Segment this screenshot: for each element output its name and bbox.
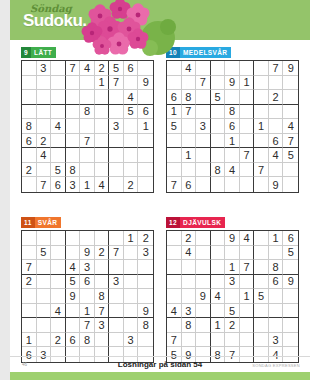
given-cell: 7 <box>80 318 95 333</box>
given-cell: 2 <box>22 275 37 290</box>
empty-cell[interactable] <box>66 231 81 246</box>
empty-cell[interactable] <box>196 61 211 76</box>
empty-cell[interactable] <box>109 318 124 333</box>
given-cell: 4 <box>269 148 284 163</box>
given-cell: 7 <box>66 61 81 76</box>
empty-cell[interactable] <box>124 76 139 91</box>
empty-cell[interactable] <box>167 163 182 178</box>
publication-credit: SÖNDAG EXPRESSEN <box>252 363 300 368</box>
empty-cell[interactable] <box>37 76 52 91</box>
difficulty-label: MEDELSVÅR <box>180 47 231 58</box>
empty-cell[interactable] <box>283 289 298 304</box>
empty-cell[interactable] <box>80 119 95 134</box>
empty-cell[interactable] <box>37 163 52 178</box>
empty-cell[interactable] <box>124 246 139 261</box>
puzzle-number: 11 <box>21 217 35 228</box>
given-cell: 2 <box>51 333 66 348</box>
empty-cell[interactable] <box>167 318 182 333</box>
empty-cell[interactable] <box>182 275 197 290</box>
empty-cell[interactable] <box>95 90 110 105</box>
given-cell: 8 <box>95 289 110 304</box>
given-cell: 1 <box>225 260 240 275</box>
empty-cell[interactable] <box>22 76 37 91</box>
empty-cell[interactable] <box>80 289 95 304</box>
given-cell: 1 <box>240 289 255 304</box>
given-cell: 3 <box>109 119 124 134</box>
given-cell: 4 <box>182 246 197 261</box>
bottom-green-bar <box>10 372 310 380</box>
empty-cell[interactable] <box>138 333 153 348</box>
empty-cell[interactable] <box>283 318 298 333</box>
empty-cell[interactable] <box>283 76 298 91</box>
given-cell: 9 <box>225 76 240 91</box>
empty-cell[interactable] <box>80 90 95 105</box>
empty-cell[interactable] <box>211 76 226 91</box>
empty-cell[interactable] <box>37 105 52 120</box>
given-cell: 5 <box>225 304 240 319</box>
empty-cell[interactable] <box>182 163 197 178</box>
empty-cell[interactable] <box>240 177 255 192</box>
empty-cell[interactable] <box>225 90 240 105</box>
empty-cell[interactable] <box>225 61 240 76</box>
empty-cell[interactable] <box>37 318 52 333</box>
empty-cell[interactable] <box>109 177 124 192</box>
empty-cell[interactable] <box>95 163 110 178</box>
empty-cell[interactable] <box>283 90 298 105</box>
empty-cell[interactable] <box>37 119 52 134</box>
empty-cell[interactable] <box>124 148 139 163</box>
given-cell: 4 <box>66 260 81 275</box>
given-cell: 1 <box>124 231 139 246</box>
empty-cell[interactable] <box>138 134 153 149</box>
given-cell: 1 <box>80 304 95 319</box>
puzzle-11-svar: 11 SVÅR 125927374325639841797381268363 <box>21 211 154 363</box>
empty-cell[interactable] <box>283 333 298 348</box>
logo-main-text: Sudoku. <box>23 13 87 28</box>
empty-cell[interactable] <box>22 304 37 319</box>
empty-cell[interactable] <box>254 304 269 319</box>
empty-cell[interactable] <box>269 119 284 134</box>
empty-cell[interactable] <box>240 318 255 333</box>
puzzle-number: 12 <box>166 217 180 228</box>
empty-cell[interactable] <box>51 76 66 91</box>
given-cell: 4 <box>211 289 226 304</box>
given-cell: 7 <box>109 76 124 91</box>
given-cell: 1 <box>182 148 197 163</box>
given-cell: 6 <box>182 177 197 192</box>
empty-cell[interactable] <box>109 105 124 120</box>
empty-cell[interactable] <box>66 76 81 91</box>
empty-cell[interactable] <box>138 148 153 163</box>
empty-cell[interactable] <box>196 148 211 163</box>
sudoku-board-10: 4797916852178536141671745847769 <box>166 60 299 193</box>
empty-cell[interactable] <box>66 148 81 163</box>
empty-cell[interactable] <box>196 177 211 192</box>
given-cell: 8 <box>182 318 197 333</box>
sudoku-board-11: 125927374325639841797381268363 <box>21 230 154 363</box>
empty-cell[interactable] <box>211 105 226 120</box>
given-cell: 2 <box>95 61 110 76</box>
given-cell: 2 <box>37 134 52 149</box>
given-cell: 7 <box>167 333 182 348</box>
empty-cell[interactable] <box>254 260 269 275</box>
empty-cell[interactable] <box>225 289 240 304</box>
empty-cell[interactable] <box>254 275 269 290</box>
empty-cell[interactable] <box>254 333 269 348</box>
empty-cell[interactable] <box>22 148 37 163</box>
empty-cell[interactable] <box>196 134 211 149</box>
empty-cell[interactable] <box>95 333 110 348</box>
empty-cell[interactable] <box>182 119 197 134</box>
empty-cell[interactable] <box>22 246 37 261</box>
empty-cell[interactable] <box>80 148 95 163</box>
empty-cell[interactable] <box>138 275 153 290</box>
given-cell: 8 <box>211 163 226 178</box>
empty-cell[interactable] <box>269 304 284 319</box>
empty-cell[interactable] <box>124 260 139 275</box>
empty-cell[interactable] <box>109 260 124 275</box>
empty-cell[interactable] <box>124 275 139 290</box>
empty-cell[interactable] <box>22 61 37 76</box>
given-cell: 6 <box>124 61 139 76</box>
given-cell: 4 <box>283 119 298 134</box>
given-cell: 6 <box>51 177 66 192</box>
empty-cell[interactable] <box>269 105 284 120</box>
empty-cell[interactable] <box>37 231 52 246</box>
difficulty-badge: 11 SVÅR <box>21 217 61 228</box>
empty-cell[interactable] <box>138 260 153 275</box>
sudoku-logo: Söndag Sudoku. <box>23 4 87 28</box>
given-cell: 9 <box>269 177 284 192</box>
given-cell: 6 <box>167 90 182 105</box>
empty-cell[interactable] <box>22 231 37 246</box>
given-cell: 9 <box>283 275 298 290</box>
empty-cell[interactable] <box>269 76 284 91</box>
empty-cell[interactable] <box>269 163 284 178</box>
given-cell: 1 <box>240 76 255 91</box>
empty-cell[interactable] <box>182 76 197 91</box>
given-cell: 3 <box>80 260 95 275</box>
empty-cell[interactable] <box>240 246 255 261</box>
given-cell: 6 <box>138 105 153 120</box>
empty-cell[interactable] <box>109 304 124 319</box>
empty-cell[interactable] <box>211 260 226 275</box>
empty-cell[interactable] <box>95 134 110 149</box>
given-cell: 8 <box>22 119 37 134</box>
given-cell: 4 <box>51 304 66 319</box>
given-cell: 1 <box>254 119 269 134</box>
given-cell: 7 <box>95 304 110 319</box>
empty-cell[interactable] <box>22 177 37 192</box>
empty-cell[interactable] <box>66 304 81 319</box>
empty-cell[interactable] <box>225 333 240 348</box>
empty-cell[interactable] <box>95 275 110 290</box>
given-cell: 8 <box>269 260 284 275</box>
empty-cell[interactable] <box>37 333 52 348</box>
empty-cell[interactable] <box>269 246 284 261</box>
empty-cell[interactable] <box>196 163 211 178</box>
empty-cell[interactable] <box>80 76 95 91</box>
empty-cell[interactable] <box>167 289 182 304</box>
empty-cell[interactable] <box>51 318 66 333</box>
empty-cell[interactable] <box>109 134 124 149</box>
empty-cell[interactable] <box>283 105 298 120</box>
empty-cell[interactable] <box>196 246 211 261</box>
empty-cell[interactable] <box>196 105 211 120</box>
empty-cell[interactable] <box>22 318 37 333</box>
empty-cell[interactable] <box>254 148 269 163</box>
empty-cell[interactable] <box>37 275 52 290</box>
empty-cell[interactable] <box>254 134 269 149</box>
given-cell: 7 <box>167 177 182 192</box>
given-cell: 6 <box>225 119 240 134</box>
given-cell: 7 <box>80 134 95 149</box>
empty-cell[interactable] <box>51 105 66 120</box>
given-cell: 8 <box>225 105 240 120</box>
difficulty-label: SVÅR <box>35 217 62 228</box>
empty-cell[interactable] <box>138 90 153 105</box>
given-cell: 8 <box>80 105 95 120</box>
empty-cell[interactable] <box>109 148 124 163</box>
empty-cell[interactable] <box>269 289 284 304</box>
sudoku-board-9: 374256179485684316274258763142 <box>21 60 154 193</box>
empty-cell[interactable] <box>51 61 66 76</box>
given-cell: 5 <box>109 61 124 76</box>
given-cell: 7 <box>283 134 298 149</box>
given-cell: 9 <box>80 246 95 261</box>
given-cell: 6 <box>269 134 284 149</box>
given-cell: 5 <box>254 289 269 304</box>
given-cell: 7 <box>196 76 211 91</box>
empty-cell[interactable] <box>196 318 211 333</box>
given-cell: 2 <box>22 163 37 178</box>
puzzle-10-medelsvar: 10 MEDELSVÅR 479791685217853614167174584… <box>166 41 299 193</box>
given-cell: 6 <box>66 333 81 348</box>
empty-cell[interactable] <box>66 119 81 134</box>
puzzle-number: 9 <box>21 47 31 58</box>
empty-cell[interactable] <box>240 105 255 120</box>
given-cell: 2 <box>124 177 139 192</box>
empty-cell[interactable] <box>254 177 269 192</box>
empty-cell[interactable] <box>22 105 37 120</box>
given-cell: 7 <box>254 163 269 178</box>
empty-cell[interactable] <box>124 289 139 304</box>
given-cell: 7 <box>269 61 284 76</box>
empty-cell[interactable] <box>196 260 211 275</box>
empty-cell[interactable] <box>66 90 81 105</box>
sudoku-page: Söndag Sudoku. 9 LÄTT 374256179485684316… <box>10 0 310 380</box>
empty-cell[interactable] <box>211 119 226 134</box>
empty-cell[interactable] <box>283 304 298 319</box>
empty-cell[interactable] <box>109 90 124 105</box>
empty-cell[interactable] <box>240 119 255 134</box>
empty-cell[interactable] <box>167 231 182 246</box>
given-cell: 8 <box>80 333 95 348</box>
empty-cell[interactable] <box>51 148 66 163</box>
empty-cell[interactable] <box>254 231 269 246</box>
empty-cell[interactable] <box>95 119 110 134</box>
empty-cell[interactable] <box>182 260 197 275</box>
empty-cell[interactable] <box>254 318 269 333</box>
empty-cell[interactable] <box>167 76 182 91</box>
given-cell: 8 <box>138 318 153 333</box>
empty-cell[interactable] <box>95 260 110 275</box>
given-cell: 7 <box>22 260 37 275</box>
empty-cell[interactable] <box>254 90 269 105</box>
given-cell: 3 <box>225 275 240 290</box>
empty-cell[interactable] <box>211 246 226 261</box>
given-cell: 1 <box>269 231 284 246</box>
given-cell: 7 <box>240 260 255 275</box>
empty-cell[interactable] <box>109 163 124 178</box>
empty-cell[interactable] <box>37 304 52 319</box>
empty-cell[interactable] <box>240 275 255 290</box>
given-cell: 9 <box>138 304 153 319</box>
empty-cell[interactable] <box>182 289 197 304</box>
given-cell: 1 <box>22 333 37 348</box>
empty-cell[interactable] <box>211 231 226 246</box>
empty-cell[interactable] <box>37 90 52 105</box>
empty-cell[interactable] <box>22 289 37 304</box>
empty-cell[interactable] <box>240 90 255 105</box>
empty-cell[interactable] <box>66 134 81 149</box>
empty-cell[interactable] <box>167 148 182 163</box>
empty-cell[interactable] <box>196 275 211 290</box>
empty-cell[interactable] <box>138 163 153 178</box>
empty-cell[interactable] <box>240 333 255 348</box>
empty-cell[interactable] <box>182 333 197 348</box>
given-cell: 5 <box>283 148 298 163</box>
empty-cell[interactable] <box>283 260 298 275</box>
footer: 46 Lösningar på sidan 54 SÖNDAG EXPRESSE… <box>10 356 310 372</box>
empty-cell[interactable] <box>51 90 66 105</box>
empty-cell[interactable] <box>167 246 182 261</box>
empty-cell[interactable] <box>66 318 81 333</box>
empty-cell[interactable] <box>124 134 139 149</box>
empty-cell[interactable] <box>211 177 226 192</box>
empty-cell[interactable] <box>196 90 211 105</box>
empty-cell[interactable] <box>124 304 139 319</box>
empty-cell[interactable] <box>225 177 240 192</box>
empty-cell[interactable] <box>167 134 182 149</box>
given-cell: 4 <box>225 163 240 178</box>
empty-cell[interactable] <box>254 105 269 120</box>
given-cell: 4 <box>124 90 139 105</box>
empty-cell[interactable] <box>51 231 66 246</box>
given-cell: 2 <box>138 231 153 246</box>
empty-cell[interactable] <box>167 275 182 290</box>
given-cell: 3 <box>66 177 81 192</box>
empty-cell[interactable] <box>51 289 66 304</box>
given-cell: 3 <box>196 119 211 134</box>
empty-cell[interactable] <box>66 105 81 120</box>
empty-cell[interactable] <box>240 134 255 149</box>
difficulty-label: DJÄVULSK <box>180 217 225 228</box>
empty-cell[interactable] <box>167 260 182 275</box>
empty-cell[interactable] <box>211 304 226 319</box>
empty-cell[interactable] <box>37 289 52 304</box>
empty-cell[interactable] <box>109 333 124 348</box>
empty-cell[interactable] <box>124 119 139 134</box>
given-cell: 3 <box>95 318 110 333</box>
given-cell: 1 <box>167 105 182 120</box>
empty-cell[interactable] <box>211 61 226 76</box>
given-cell: 7 <box>240 148 255 163</box>
empty-cell[interactable] <box>196 231 211 246</box>
empty-cell[interactable] <box>211 275 226 290</box>
empty-cell[interactable] <box>51 134 66 149</box>
given-cell: 1 <box>138 119 153 134</box>
empty-cell[interactable] <box>51 260 66 275</box>
empty-cell[interactable] <box>51 275 66 290</box>
empty-cell[interactable] <box>211 333 226 348</box>
given-cell: 4 <box>240 231 255 246</box>
given-cell: 6 <box>269 275 284 290</box>
empty-cell[interactable] <box>167 61 182 76</box>
empty-cell[interactable] <box>196 304 211 319</box>
empty-cell[interactable] <box>80 163 95 178</box>
empty-cell[interactable] <box>254 246 269 261</box>
empty-cell[interactable] <box>138 289 153 304</box>
empty-cell[interactable] <box>211 134 226 149</box>
empty-cell[interactable] <box>51 246 66 261</box>
geranium-flower-image <box>72 0 177 58</box>
empty-cell[interactable] <box>225 148 240 163</box>
empty-cell[interactable] <box>95 231 110 246</box>
empty-cell[interactable] <box>109 231 124 246</box>
given-cell: 4 <box>37 148 52 163</box>
empty-cell[interactable] <box>254 61 269 76</box>
given-cell: 2 <box>269 90 284 105</box>
empty-cell[interactable] <box>240 304 255 319</box>
empty-cell[interactable] <box>66 246 81 261</box>
empty-cell[interactable] <box>240 61 255 76</box>
given-cell: 5 <box>66 275 81 290</box>
given-cell: 4 <box>80 61 95 76</box>
empty-cell[interactable] <box>283 177 298 192</box>
empty-cell[interactable] <box>225 246 240 261</box>
empty-cell[interactable] <box>283 163 298 178</box>
given-cell: 1 <box>225 134 240 149</box>
empty-cell[interactable] <box>124 318 139 333</box>
empty-cell[interactable] <box>240 163 255 178</box>
empty-cell[interactable] <box>124 163 139 178</box>
empty-cell[interactable] <box>95 105 110 120</box>
empty-cell[interactable] <box>182 134 197 149</box>
empty-cell[interactable] <box>254 76 269 91</box>
empty-cell[interactable] <box>109 289 124 304</box>
difficulty-badge: 9 LÄTT <box>21 47 56 58</box>
empty-cell[interactable] <box>37 260 52 275</box>
given-cell: 3 <box>269 333 284 348</box>
empty-cell[interactable] <box>211 148 226 163</box>
difficulty-badge: 12 DJÄVULSK <box>166 217 225 228</box>
given-cell: 4 <box>167 304 182 319</box>
empty-cell[interactable] <box>269 318 284 333</box>
given-cell: 6 <box>283 231 298 246</box>
given-cell: 9 <box>66 289 81 304</box>
given-cell: 3 <box>182 304 197 319</box>
given-cell: 5 <box>167 119 182 134</box>
empty-cell[interactable] <box>196 333 211 348</box>
given-cell: 5 <box>283 246 298 261</box>
empty-cell[interactable] <box>138 61 153 76</box>
empty-cell[interactable] <box>22 90 37 105</box>
empty-cell[interactable] <box>95 148 110 163</box>
empty-cell[interactable] <box>138 177 153 192</box>
empty-cell[interactable] <box>80 231 95 246</box>
given-cell: 5 <box>51 163 66 178</box>
